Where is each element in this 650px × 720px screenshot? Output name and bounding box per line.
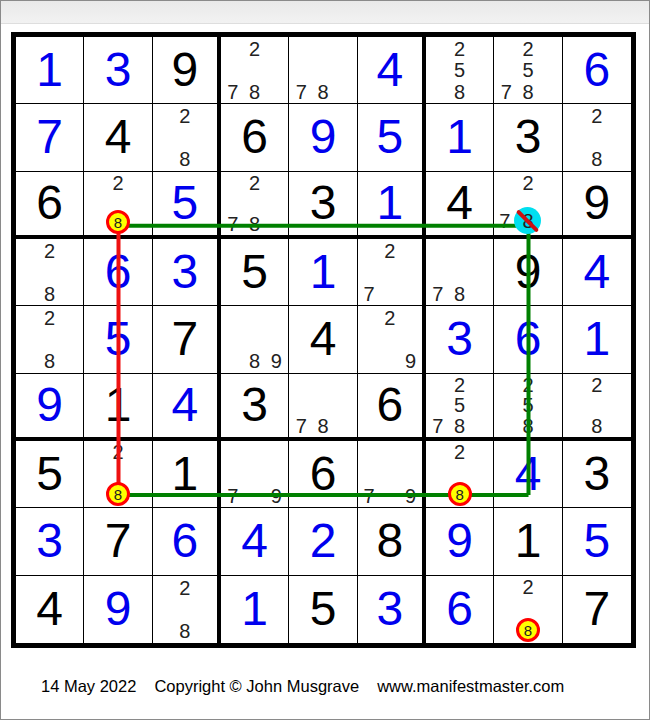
- cell-r6c9[interactable]: 28: [563, 374, 631, 441]
- given-digit: 3: [583, 450, 610, 498]
- candidate-8: 8: [244, 81, 266, 102]
- cell-r2c2[interactable]: 4: [84, 104, 152, 171]
- given-digit: 6: [376, 381, 403, 429]
- solved-digit: 3: [105, 46, 132, 94]
- cell-r1c3[interactable]: 9: [153, 37, 221, 104]
- candidate-2: 2: [586, 375, 608, 395]
- candidate-2: 2: [448, 442, 472, 462]
- cell-r4c5[interactable]: 1: [289, 239, 357, 306]
- candidate-8: 8: [449, 283, 471, 304]
- solved-digit: 9: [310, 113, 337, 161]
- solved-digit: 5: [105, 315, 132, 363]
- candidate-2: 2: [106, 173, 130, 193]
- cell-r4c3[interactable]: 3: [153, 239, 221, 306]
- pencil-marks: 28: [564, 105, 630, 169]
- cell-r7c8[interactable]: 4: [494, 441, 562, 508]
- candidate-8: 8: [244, 350, 266, 371]
- pencil-marks: 78: [290, 375, 355, 436]
- cell-r7c2[interactable]: 28: [84, 441, 152, 508]
- solved-digit: 5: [583, 517, 610, 565]
- footer-website-url[interactable]: www.manifestmaster.com: [377, 677, 564, 696]
- cell-r1c5[interactable]: 78: [289, 37, 357, 104]
- candidate-7: 7: [427, 283, 449, 304]
- cell-r8c3[interactable]: 6: [153, 508, 221, 575]
- candidate-7: 7: [222, 485, 244, 506]
- eliminated-candidate-8: 8: [514, 207, 541, 234]
- cell-r3c1[interactable]: 6: [16, 172, 84, 239]
- sudoku-board: 1392787842582578674286951328628527831427…: [11, 32, 636, 648]
- candidate-2: 2: [379, 240, 400, 261]
- solved-digit: 1: [583, 315, 610, 363]
- pencil-marks: 258: [495, 375, 560, 436]
- cell-r7c1[interactable]: 5: [16, 441, 84, 508]
- given-digit: 9: [171, 46, 198, 94]
- given-digit: 3: [241, 381, 268, 429]
- pencil-marks: 28: [427, 442, 492, 506]
- candidate-7: 7: [495, 81, 517, 102]
- solved-digit: 3: [376, 585, 403, 633]
- cell-r2c5[interactable]: 9: [289, 104, 357, 171]
- pencil-marks: 278: [222, 173, 287, 234]
- cell-r5c2[interactable]: 5: [84, 306, 152, 373]
- cell-r6c2[interactable]: 1: [84, 374, 152, 441]
- cell-r3c2[interactable]: 28: [84, 172, 152, 239]
- candidate-8: 8: [449, 81, 471, 102]
- chain-node-candidate-8: 8: [516, 618, 540, 642]
- given-digit: 5: [310, 585, 337, 633]
- cell-r8c1[interactable]: 3: [16, 508, 84, 575]
- cell-r3c7[interactable]: 4: [426, 172, 494, 239]
- solved-digit: 3: [446, 315, 473, 363]
- pencil-marks: 28: [495, 577, 560, 642]
- cell-r3c8[interactable]: 278: [494, 172, 562, 239]
- solved-digit: 3: [171, 248, 198, 296]
- solved-digit: 9: [446, 517, 473, 565]
- cell-r8c7[interactable]: 9: [426, 508, 494, 575]
- pencil-marks: 79: [222, 442, 287, 506]
- cell-r7c3[interactable]: 1: [153, 441, 221, 508]
- pencil-marks: 78: [290, 38, 355, 102]
- cell-r2c7[interactable]: 1: [426, 104, 494, 171]
- candidate-7: 7: [359, 283, 380, 304]
- cell-r6c4[interactable]: 3: [221, 374, 289, 441]
- candidate-8: 8: [517, 416, 539, 436]
- candidate-5: 5: [517, 59, 539, 80]
- candidate-7: 7: [222, 81, 244, 102]
- given-digit: 7: [583, 585, 610, 633]
- candidate-2: 2: [106, 442, 130, 462]
- footer: 14 May 2022 Copyright © John Musgrave ww…: [41, 677, 564, 696]
- solved-digit: 4: [241, 517, 268, 565]
- candidate-5: 5: [449, 395, 471, 415]
- cell-r8c8[interactable]: 1: [494, 508, 562, 575]
- given-digit: 1: [515, 517, 542, 565]
- cell-r3c6[interactable]: 1: [358, 172, 426, 239]
- cell-r7c4[interactable]: 79: [221, 441, 289, 508]
- cell-r2c6[interactable]: 5: [358, 104, 426, 171]
- cell-r9c3[interactable]: 28: [153, 576, 221, 643]
- pencil-marks: 27: [359, 240, 421, 304]
- given-digit: 4: [446, 179, 473, 227]
- cell-r4c6[interactable]: 27: [358, 239, 426, 306]
- cell-r8c4[interactable]: 4: [221, 508, 289, 575]
- given-digit: 6: [36, 179, 63, 227]
- given-digit: 5: [241, 248, 268, 296]
- cell-r1c8[interactable]: 2578: [494, 37, 562, 104]
- cell-r9c7[interactable]: 6: [426, 576, 494, 643]
- chain-node-candidate-8: 8: [448, 482, 472, 506]
- given-digit: 1: [171, 450, 198, 498]
- cell-r4c1[interactable]: 28: [16, 239, 84, 306]
- pencil-marks: 28: [17, 240, 82, 304]
- cell-r9c4[interactable]: 1: [221, 576, 289, 643]
- footer-date: 14 May 2022: [41, 677, 136, 696]
- cell-r4c2[interactable]: 6: [84, 239, 152, 306]
- cell-r1c6[interactable]: 4: [358, 37, 426, 104]
- solved-digit: 4: [171, 381, 198, 429]
- cell-r1c2[interactable]: 3: [84, 37, 152, 104]
- cell-r7c6[interactable]: 79: [358, 441, 426, 508]
- solved-digit: 9: [36, 381, 63, 429]
- pencil-marks: 28: [564, 375, 630, 436]
- solved-digit: 6: [583, 46, 610, 94]
- cell-r3c4[interactable]: 278: [221, 172, 289, 239]
- given-digit: 6: [310, 450, 337, 498]
- candidate-8: 8: [449, 416, 471, 436]
- candidate-9: 9: [400, 350, 421, 371]
- candidate-9: 9: [266, 485, 288, 506]
- cell-r1c7[interactable]: 258: [426, 37, 494, 104]
- cell-r5c5[interactable]: 4: [289, 306, 357, 373]
- solved-digit: 4: [583, 248, 610, 296]
- chain-node-candidate-8: 8: [106, 482, 130, 506]
- solved-digit: 1: [241, 585, 268, 633]
- candidate-7: 7: [495, 207, 514, 234]
- solved-digit: 5: [376, 113, 403, 161]
- cell-r5c7[interactable]: 3: [426, 306, 494, 373]
- candidate-7: 7: [222, 214, 244, 234]
- cell-r9c2[interactable]: 9: [84, 576, 152, 643]
- candidate-2: 2: [174, 105, 195, 126]
- pencil-marks: 278: [495, 173, 560, 234]
- cell-r3c5[interactable]: 3: [289, 172, 357, 239]
- candidate-7: 7: [290, 416, 312, 436]
- candidate-7: 7: [359, 485, 380, 506]
- cell-r9c8[interactable]: 28: [494, 576, 562, 643]
- pencil-marks: 29: [359, 307, 421, 371]
- candidate-5: 5: [449, 59, 471, 80]
- given-digit: 9: [515, 248, 542, 296]
- solved-digit: 5: [171, 179, 198, 227]
- given-digit: 9: [583, 179, 610, 227]
- solved-digit: 1: [446, 113, 473, 161]
- solved-digit: 4: [515, 450, 542, 498]
- candidate-9: 9: [400, 485, 421, 506]
- cell-r1c1[interactable]: 1: [16, 37, 84, 104]
- pencil-marks: 28: [85, 442, 150, 506]
- cell-r6c7[interactable]: 2578: [426, 374, 494, 441]
- candidate-8: 8: [312, 416, 334, 436]
- given-digit: 6: [241, 113, 268, 161]
- solved-digit: 9: [105, 585, 132, 633]
- candidate-2: 2: [516, 577, 540, 598]
- solved-digit: 7: [36, 113, 63, 161]
- cell-r8c6[interactable]: 8: [358, 508, 426, 575]
- cell-r5c3[interactable]: 7: [153, 306, 221, 373]
- cell-r4c8[interactable]: 9: [494, 239, 562, 306]
- cell-r2c1[interactable]: 7: [16, 104, 84, 171]
- given-digit: 3: [515, 113, 542, 161]
- cell-r6c1[interactable]: 9: [16, 374, 84, 441]
- solved-digit: 1: [310, 248, 337, 296]
- cell-r8c2[interactable]: 7: [84, 508, 152, 575]
- cell-r7c9[interactable]: 3: [563, 441, 631, 508]
- cell-r6c8[interactable]: 258: [494, 374, 562, 441]
- candidate-7: 7: [427, 416, 449, 436]
- candidate-5: 5: [517, 395, 539, 415]
- given-digit: 7: [171, 315, 198, 363]
- given-digit: 8: [376, 517, 403, 565]
- candidate-2: 2: [449, 38, 471, 59]
- given-digit: 4: [310, 315, 337, 363]
- cell-r5c1[interactable]: 28: [16, 306, 84, 373]
- cell-r2c4[interactable]: 6: [221, 104, 289, 171]
- candidate-2: 2: [39, 240, 61, 261]
- cell-r3c3[interactable]: 5: [153, 172, 221, 239]
- candidate-2: 2: [517, 38, 539, 59]
- cell-r7c5[interactable]: 6: [289, 441, 357, 508]
- footer-copyright: Copyright © John Musgrave: [154, 677, 359, 696]
- cell-r2c3[interactable]: 28: [153, 104, 221, 171]
- cell-r9c9[interactable]: 7: [563, 576, 631, 643]
- solved-digit: 6: [515, 315, 542, 363]
- cell-r6c6[interactable]: 6: [358, 374, 426, 441]
- cell-r5c9[interactable]: 1: [563, 306, 631, 373]
- solved-digit: 1: [36, 46, 63, 94]
- pencil-marks: 278: [222, 38, 287, 102]
- cell-r9c1[interactable]: 4: [16, 576, 84, 643]
- solved-digit: 2: [310, 517, 337, 565]
- pencil-marks: 28: [17, 307, 82, 371]
- solved-digit: 4: [376, 46, 403, 94]
- page: { "game": "sudoku", "position": "139..4.…: [0, 0, 650, 720]
- given-digit: 1: [105, 381, 132, 429]
- candidate-8: 8: [174, 148, 195, 169]
- candidate-8: 8: [244, 214, 266, 234]
- solved-digit: 6: [171, 517, 198, 565]
- cell-r1c9[interactable]: 6: [563, 37, 631, 104]
- candidate-2: 2: [517, 375, 539, 395]
- cell-r6c3[interactable]: 4: [153, 374, 221, 441]
- cell-r4c4[interactable]: 5: [221, 239, 289, 306]
- candidate-8: 8: [312, 81, 334, 102]
- pencil-marks: 79: [359, 442, 421, 506]
- given-digit: 7: [105, 517, 132, 565]
- candidate-2: 2: [244, 38, 266, 59]
- cell-r1c4[interactable]: 278: [221, 37, 289, 104]
- candidate-8: 8: [586, 416, 608, 436]
- candidate-2: 2: [39, 307, 61, 328]
- cell-r8c9[interactable]: 5: [563, 508, 631, 575]
- given-digit: 5: [36, 450, 63, 498]
- candidate-2: 2: [449, 375, 471, 395]
- cell-r2c8[interactable]: 3: [494, 104, 562, 171]
- solved-digit: 6: [105, 248, 132, 296]
- pencil-marks: 258: [427, 38, 492, 102]
- cell-r4c7[interactable]: 78: [426, 239, 494, 306]
- cell-r9c5[interactable]: 5: [289, 576, 357, 643]
- candidate-8: 8: [517, 81, 539, 102]
- candidate-2: 2: [244, 173, 266, 193]
- pencil-marks: 2578: [495, 38, 560, 102]
- cell-r6c5[interactable]: 78: [289, 374, 357, 441]
- cell-r5c6[interactable]: 29: [358, 306, 426, 373]
- candidate-2: 2: [586, 105, 608, 126]
- candidate-8: 8: [39, 350, 61, 371]
- solved-digit: 1: [376, 179, 403, 227]
- cell-r9c6[interactable]: 3: [358, 576, 426, 643]
- candidate-2: 2: [514, 173, 541, 193]
- cell-r5c4[interactable]: 89: [221, 306, 289, 373]
- candidate-2: 2: [379, 307, 400, 328]
- solved-digit: 6: [446, 585, 473, 633]
- given-digit: 4: [36, 585, 63, 633]
- window-top-bar: [1, 1, 650, 24]
- cell-r3c9[interactable]: 9: [563, 172, 631, 239]
- candidate-9: 9: [266, 350, 288, 371]
- solved-digit: 3: [36, 517, 63, 565]
- cell-r4c9[interactable]: 4: [563, 239, 631, 306]
- cell-r8c5[interactable]: 2: [289, 508, 357, 575]
- cell-r5c8[interactable]: 6: [494, 306, 562, 373]
- candidate-8: 8: [586, 148, 608, 169]
- candidate-7: 7: [290, 81, 312, 102]
- given-digit: 4: [105, 113, 132, 161]
- candidate-2: 2: [174, 577, 195, 599]
- chain-node-candidate-8: 8: [106, 210, 130, 234]
- pencil-marks: 89: [222, 307, 287, 371]
- candidate-8: 8: [39, 283, 61, 304]
- cell-r7c7[interactable]: 28: [426, 441, 494, 508]
- cell-r2c9[interactable]: 28: [563, 104, 631, 171]
- pencil-marks: 28: [154, 105, 216, 169]
- pencil-marks: 2578: [427, 375, 492, 436]
- candidate-8: 8: [174, 620, 195, 642]
- pencil-marks: 28: [85, 173, 150, 234]
- pencil-marks: 28: [154, 577, 216, 642]
- given-digit: 3: [310, 179, 337, 227]
- pencil-marks: 78: [427, 240, 492, 304]
